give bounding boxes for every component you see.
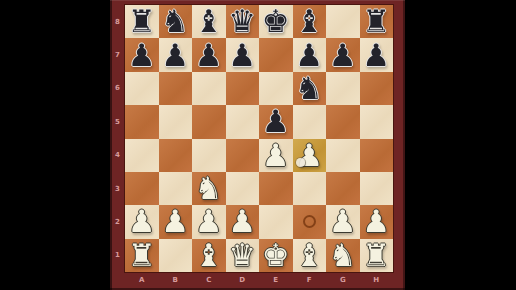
square-e6[interactable]	[259, 72, 293, 105]
square-h7[interactable]: ♟	[360, 38, 394, 71]
file-label: A	[125, 272, 159, 287]
square-g3[interactable]	[326, 172, 360, 205]
square-d5[interactable]	[226, 105, 260, 138]
square-c5[interactable]	[192, 105, 226, 138]
piece-white-rook[interactable]: ♜	[362, 240, 390, 271]
square-a5[interactable]	[125, 105, 159, 138]
file-label: E	[259, 272, 293, 287]
square-f3[interactable]	[293, 172, 327, 205]
file-labels: ABCDEFGH	[125, 272, 393, 287]
square-h5[interactable]	[360, 105, 394, 138]
rank-labels: 87654321	[110, 5, 125, 272]
file-label: C	[192, 272, 226, 287]
square-e8[interactable]: ♚	[259, 5, 293, 38]
piece-white-rook[interactable]: ♜	[128, 240, 156, 271]
rank-label: 2	[110, 205, 125, 238]
piece-black-queen[interactable]: ♛	[228, 6, 256, 37]
square-b3[interactable]	[159, 172, 193, 205]
rank-label: 7	[110, 38, 125, 71]
square-c7[interactable]: ♟	[192, 38, 226, 71]
rank-label: 1	[110, 239, 125, 272]
square-g1[interactable]: ♞	[326, 239, 360, 272]
square-f8[interactable]: ♝	[293, 5, 327, 38]
piece-black-rook[interactable]: ♜	[362, 6, 390, 37]
piece-black-pawn[interactable]: ♟	[362, 40, 390, 71]
square-g2[interactable]: ♟	[326, 205, 360, 238]
square-f1[interactable]: ♝	[293, 239, 327, 272]
file-label: H	[360, 272, 394, 287]
square-e3[interactable]	[259, 172, 293, 205]
piece-black-pawn[interactable]: ♟	[329, 40, 357, 71]
square-c1[interactable]: ♝	[192, 239, 226, 272]
square-f7[interactable]: ♟	[293, 38, 327, 71]
square-e1[interactable]: ♚	[259, 239, 293, 272]
last-move-origin-ring	[303, 215, 316, 228]
square-a3[interactable]	[125, 172, 159, 205]
piece-white-pawn[interactable]: ♟	[228, 206, 256, 237]
piece-black-pawn[interactable]: ♟	[195, 40, 223, 71]
piece-black-king[interactable]: ♚	[262, 6, 290, 37]
square-a7[interactable]: ♟	[125, 38, 159, 71]
square-b4[interactable]	[159, 139, 193, 172]
square-h4[interactable]	[360, 139, 394, 172]
piece-black-knight[interactable]: ♞	[295, 73, 323, 104]
piece-black-pawn[interactable]: ♟	[161, 40, 189, 71]
piece-white-pawn[interactable]: ♟	[362, 206, 390, 237]
square-g5[interactable]	[326, 105, 360, 138]
square-h3[interactable]	[360, 172, 394, 205]
square-e5[interactable]: ♟	[259, 105, 293, 138]
square-b1[interactable]	[159, 239, 193, 272]
square-h2[interactable]: ♟	[360, 205, 394, 238]
move-badge	[296, 158, 305, 167]
square-h6[interactable]	[360, 72, 394, 105]
square-e4[interactable]: ♟	[259, 139, 293, 172]
file-label: F	[293, 272, 327, 287]
piece-white-pawn[interactable]: ♟	[195, 206, 223, 237]
piece-black-rook[interactable]: ♜	[128, 6, 156, 37]
chess-board-frame: 87654321 ABCDEFGH ♜♞♝♛♚♝♜♟♟♟♟♟♟♟♞♟♟♟♞♟♟♟…	[110, 0, 405, 290]
rank-label: 8	[110, 5, 125, 38]
square-b5[interactable]	[159, 105, 193, 138]
piece-black-pawn[interactable]: ♟	[295, 40, 323, 71]
rank-label: 6	[110, 72, 125, 105]
piece-white-pawn[interactable]: ♟	[329, 206, 357, 237]
file-label: G	[326, 272, 360, 287]
square-a4[interactable]	[125, 139, 159, 172]
rank-label: 4	[110, 139, 125, 172]
piece-black-knight[interactable]: ♞	[161, 6, 189, 37]
piece-black-pawn[interactable]: ♟	[262, 106, 290, 137]
square-g7[interactable]: ♟	[326, 38, 360, 71]
square-f4[interactable]: ♟	[293, 139, 327, 172]
square-g4[interactable]	[326, 139, 360, 172]
square-f5[interactable]	[293, 105, 327, 138]
square-c4[interactable]	[192, 139, 226, 172]
square-d1[interactable]: ♛	[226, 239, 260, 272]
square-a6[interactable]	[125, 72, 159, 105]
square-a8[interactable]: ♜	[125, 5, 159, 38]
square-b6[interactable]	[159, 72, 193, 105]
piece-white-queen[interactable]: ♛	[228, 240, 256, 271]
piece-white-knight[interactable]: ♞	[329, 240, 357, 271]
square-c2[interactable]: ♟	[192, 205, 226, 238]
square-g8[interactable]	[326, 5, 360, 38]
square-f6[interactable]: ♞	[293, 72, 327, 105]
square-g6[interactable]	[326, 72, 360, 105]
letterbox-right	[405, 0, 516, 290]
square-b7[interactable]: ♟	[159, 38, 193, 71]
square-c8[interactable]: ♝	[192, 5, 226, 38]
square-b8[interactable]: ♞	[159, 5, 193, 38]
board-grid: ♜♞♝♛♚♝♜♟♟♟♟♟♟♟♞♟♟♟♞♟♟♟♟♟♟♜♝♛♚♝♞♜	[125, 5, 393, 272]
square-c3[interactable]: ♞	[192, 172, 226, 205]
square-e7[interactable]	[259, 38, 293, 71]
square-f2[interactable]	[293, 205, 327, 238]
square-d6[interactable]	[226, 72, 260, 105]
rank-label: 3	[110, 172, 125, 205]
piece-black-bishop[interactable]: ♝	[195, 6, 223, 37]
square-d4[interactable]	[226, 139, 260, 172]
rank-label: 5	[110, 105, 125, 138]
square-a1[interactable]: ♜	[125, 239, 159, 272]
square-a2[interactable]: ♟	[125, 205, 159, 238]
square-e2[interactable]	[259, 205, 293, 238]
square-d3[interactable]	[226, 172, 260, 205]
piece-white-knight[interactable]: ♞	[195, 173, 223, 204]
square-b2[interactable]: ♟	[159, 205, 193, 238]
piece-white-bishop[interactable]: ♝	[195, 240, 223, 271]
piece-black-pawn[interactable]: ♟	[128, 40, 156, 71]
square-c6[interactable]	[192, 72, 226, 105]
piece-white-pawn[interactable]: ♟	[128, 206, 156, 237]
piece-white-pawn[interactable]: ♟	[161, 206, 189, 237]
square-d2[interactable]: ♟	[226, 205, 260, 238]
piece-white-bishop[interactable]: ♝	[295, 240, 323, 271]
piece-black-pawn[interactable]: ♟	[228, 40, 256, 71]
square-h1[interactable]: ♜	[360, 239, 394, 272]
piece-black-bishop[interactable]: ♝	[295, 6, 323, 37]
square-d8[interactable]: ♛	[226, 5, 260, 38]
square-d7[interactable]: ♟	[226, 38, 260, 71]
piece-white-pawn[interactable]: ♟	[262, 140, 290, 171]
file-label: D	[226, 272, 260, 287]
letterbox-left	[0, 0, 110, 290]
file-label: B	[159, 272, 193, 287]
piece-white-king[interactable]: ♚	[262, 240, 290, 271]
square-h8[interactable]: ♜	[360, 5, 394, 38]
